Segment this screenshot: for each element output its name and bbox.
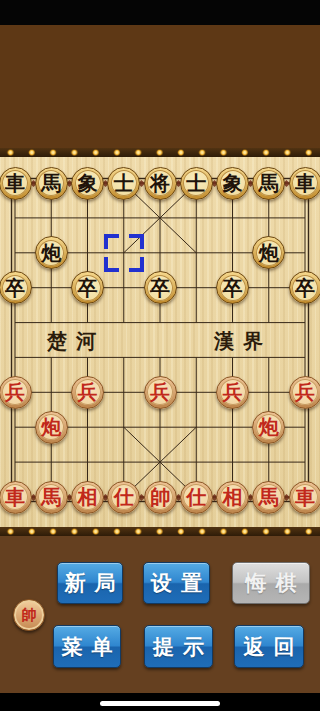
piece-red-elephant[interactable]: 相 [71,481,104,514]
stud-rail-bottom [0,527,320,536]
piece-red-chariot[interactable]: 車 [289,481,320,514]
piece-black-soldier[interactable]: 卒 [144,271,177,304]
piece-character: 兵 [150,382,170,402]
piece-character: 馬 [259,487,279,507]
piece-face: 士 [111,170,137,196]
piece-black-advisor[interactable]: 士 [180,167,213,200]
piece-face: 帥 [147,484,173,510]
piece-character: 卒 [150,278,170,298]
piece-character: 馬 [41,173,61,193]
river-label-right: 漢界 [214,328,272,355]
stud-rail-top [0,148,320,157]
selection-corner-top-left [104,234,119,249]
piece-face: 兵 [220,379,246,405]
piece-character: 車 [5,487,25,507]
undo-move-button[interactable]: 悔棋 [232,562,310,604]
piece-face: 車 [292,484,318,510]
piece-character: 馬 [259,173,279,193]
river-label-left: 楚河 [47,328,105,355]
status-bar [0,0,320,25]
piece-black-chariot[interactable]: 車 [0,167,32,200]
piece-character: 卒 [78,278,98,298]
piece-red-soldier[interactable]: 兵 [216,376,249,409]
piece-black-advisor[interactable]: 士 [107,167,140,200]
piece-black-elephant[interactable]: 象 [216,167,249,200]
piece-red-horse[interactable]: 馬 [252,481,285,514]
piece-face: 兵 [147,379,173,405]
menu-button[interactable]: 菜单 [53,625,121,668]
piece-face: 炮 [38,240,64,266]
selection-marker [104,234,144,272]
piece-black-elephant[interactable]: 象 [71,167,104,200]
piece-face: 炮 [38,414,64,440]
piece-character: 炮 [41,417,61,437]
piece-character: 将 [150,173,170,193]
piece-face: 馬 [256,484,282,510]
piece-face: 象 [75,170,101,196]
piece-face: 相 [220,484,246,510]
selection-corner-top-right [129,234,144,249]
piece-character: 車 [295,173,315,193]
wood-panel-top [0,25,320,148]
piece-red-chariot[interactable]: 車 [0,481,32,514]
piece-character: 卒 [295,278,315,298]
selection-corner-bottom-left [104,257,119,272]
piece-character: 象 [223,173,243,193]
piece-face: 車 [2,484,28,510]
piece-face: 卒 [220,275,246,301]
piece-black-soldier[interactable]: 卒 [216,271,249,304]
piece-black-general[interactable]: 将 [144,167,177,200]
piece-black-cannon[interactable]: 炮 [35,236,68,269]
board[interactable]: 楚河 漢界 車馬象士将士象馬車炮炮卒卒卒卒卒兵兵兵兵兵炮炮車馬相仕帥仕相馬車 [0,157,320,527]
piece-red-elephant[interactable]: 相 [216,481,249,514]
piece-face: 車 [292,170,318,196]
piece-black-soldier[interactable]: 卒 [0,271,32,304]
piece-red-advisor[interactable]: 仕 [107,481,140,514]
piece-character: 兵 [223,382,243,402]
piece-black-soldier[interactable]: 卒 [289,271,320,304]
piece-face: 車 [2,170,28,196]
piece-red-soldier[interactable]: 兵 [71,376,104,409]
piece-character: 炮 [259,417,279,437]
piece-red-soldier[interactable]: 兵 [289,376,320,409]
piece-character: 炮 [259,243,279,263]
piece-black-soldier[interactable]: 卒 [71,271,104,304]
piece-character: 士 [114,173,134,193]
piece-character: 象 [78,173,98,193]
piece-face: 馬 [256,170,282,196]
piece-character: 車 [5,173,25,193]
piece-character: 士 [186,173,206,193]
piece-black-horse[interactable]: 馬 [252,167,285,200]
piece-face: 将 [147,170,173,196]
piece-face: 仕 [183,484,209,510]
back-button[interactable]: 返回 [234,625,304,668]
piece-character: 相 [223,487,243,507]
piece-character: 仕 [186,487,206,507]
xiangqi-app-screen: 楚河 漢界 車馬象士将士象馬車炮炮卒卒卒卒卒兵兵兵兵兵炮炮車馬相仕帥仕相馬車 帥… [0,0,320,711]
piece-character: 兵 [5,382,25,402]
piece-black-horse[interactable]: 馬 [35,167,68,200]
piece-character: 帥 [150,487,170,507]
piece-character: 仕 [114,487,134,507]
piece-face: 卒 [292,275,318,301]
piece-face: 卒 [2,275,28,301]
piece-face: 仕 [111,484,137,510]
piece-face: 馬 [38,484,64,510]
piece-character: 兵 [78,382,98,402]
piece-character: 炮 [41,243,61,263]
settings-button[interactable]: 设置 [143,562,210,604]
home-indicator[interactable] [100,701,220,706]
piece-face: 馬 [38,170,64,196]
new-game-button[interactable]: 新局 [57,562,123,604]
turn-indicator-character: 帥 [22,608,37,623]
piece-character: 兵 [295,382,315,402]
piece-character: 馬 [41,487,61,507]
piece-face: 象 [220,170,246,196]
piece-face: 卒 [147,275,173,301]
selection-corner-bottom-right [129,257,144,272]
piece-face: 炮 [256,240,282,266]
piece-face: 兵 [75,379,101,405]
piece-face: 士 [183,170,209,196]
piece-character: 卒 [5,278,25,298]
piece-character: 卒 [223,278,243,298]
piece-face: 炮 [256,414,282,440]
piece-red-soldier[interactable]: 兵 [144,376,177,409]
piece-red-soldier[interactable]: 兵 [0,376,32,409]
piece-character: 相 [78,487,98,507]
piece-red-horse[interactable]: 馬 [35,481,68,514]
wood-panel-bottom [0,536,320,693]
hint-button[interactable]: 提示 [144,625,213,668]
piece-face: 相 [75,484,101,510]
piece-red-cannon[interactable]: 炮 [252,411,285,444]
piece-red-general[interactable]: 帥 [144,481,177,514]
piece-face: 兵 [292,379,318,405]
piece-character: 車 [295,487,315,507]
piece-red-cannon[interactable]: 炮 [35,411,68,444]
turn-indicator-red-general: 帥 [13,599,45,631]
piece-face: 兵 [2,379,28,405]
piece-black-chariot[interactable]: 車 [289,167,320,200]
piece-face: 卒 [75,275,101,301]
piece-red-advisor[interactable]: 仕 [180,481,213,514]
